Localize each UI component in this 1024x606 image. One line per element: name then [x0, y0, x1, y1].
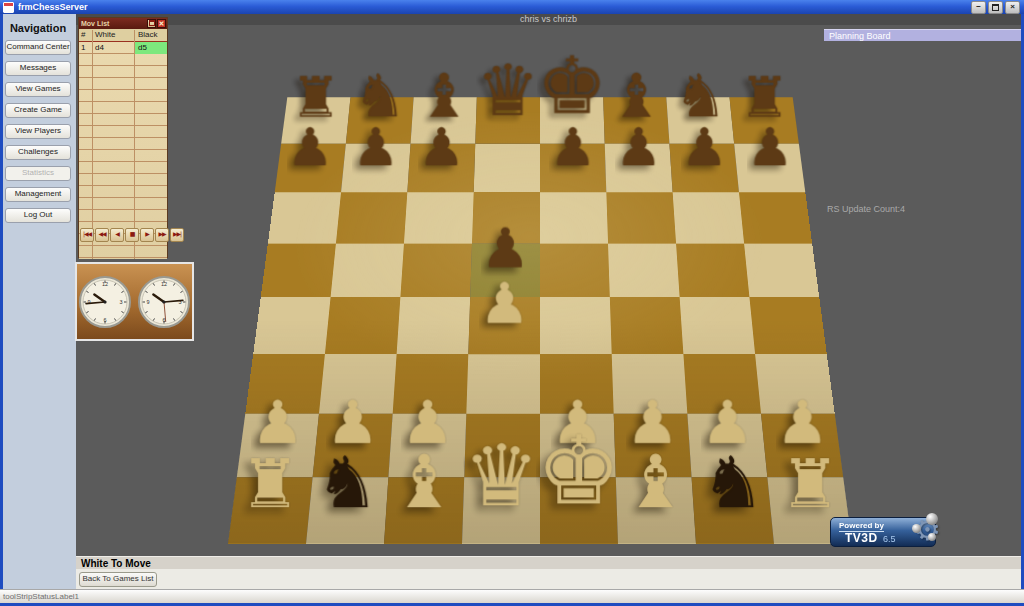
playback-controls: |◀◀◀◀◀■▶▶▶▶▶|	[80, 228, 184, 242]
square-b4[interactable]	[325, 297, 400, 354]
engine-version: 6.5	[883, 534, 896, 544]
white-move: d4	[92, 42, 135, 54]
playback-step-back-button[interactable]: ◀	[110, 228, 124, 242]
square-e5[interactable]	[540, 243, 610, 297]
playback-rewind-button[interactable]: ◀◀	[95, 228, 109, 242]
sidebar-item-create-game[interactable]: Create Game	[5, 103, 71, 118]
chess-server-window: frmChessServer − × Navigation Command Ce…	[0, 0, 1024, 606]
planning-board-header[interactable]: Planning Board	[824, 29, 1021, 41]
piece-white-bishop-c1[interactable]: ♝	[391, 445, 457, 518]
sidebar-item-statistics: Statistics	[5, 166, 71, 181]
square-c6[interactable]	[404, 192, 474, 243]
square-h6[interactable]	[739, 192, 812, 243]
column-divider	[92, 30, 93, 259]
sphere-icon	[926, 513, 938, 525]
piece-black-king-e8[interactable]: ♚	[537, 47, 608, 126]
move-list-close-button[interactable]: ✕	[157, 19, 166, 28]
piece-white-bishop-f1[interactable]: ♝	[623, 445, 689, 518]
square-f7[interactable]: ♟	[605, 143, 673, 192]
square-c7[interactable]: ♟	[407, 143, 475, 192]
piece-black-pawn-g7[interactable]: ♟	[681, 121, 728, 173]
minimize-button[interactable]: −	[971, 1, 986, 14]
move-list-title: Mov List	[81, 20, 109, 27]
playback-last-button[interactable]: ▶▶|	[170, 228, 184, 242]
square-a1[interactable]: ♜	[228, 477, 313, 544]
square-a5[interactable]	[261, 243, 336, 297]
app-icon	[3, 2, 14, 13]
chess-clock-panel: 12369 12369	[75, 262, 194, 341]
restore-icon	[149, 20, 155, 26]
move-list-restore-button[interactable]	[147, 19, 156, 28]
square-b5[interactable]	[331, 243, 404, 297]
playback-forward-button[interactable]: ▶▶	[155, 228, 169, 242]
column-number: #	[79, 29, 92, 41]
square-d1[interactable]: ♛	[462, 477, 540, 544]
square-h4[interactable]	[749, 297, 826, 354]
board-stage: ♜♞♝♛♚♝♞♜♟♟♟♟♟♟♟♟♟♟♟♟♟♟♟♟♜♞♝♛♚♝♞♜	[228, 97, 852, 544]
svg-text:6: 6	[103, 317, 106, 323]
square-g4[interactable]	[680, 297, 755, 354]
piece-white-queen-d1[interactable]: ♛	[463, 433, 539, 518]
column-black: Black	[135, 29, 167, 41]
piece-white-pawn-a2[interactable]: ♟	[251, 393, 304, 453]
piece-black-pawn-d5[interactable]: ♟	[481, 221, 530, 276]
square-f6[interactable]	[606, 192, 676, 243]
square-c4[interactable]	[397, 297, 471, 354]
piece-black-pawn-f7[interactable]: ♟	[615, 121, 662, 173]
black-clock-face: 12369	[137, 275, 191, 329]
restore-button[interactable]	[988, 1, 1003, 14]
svg-text:12: 12	[161, 281, 167, 287]
square-d8[interactable]: ♛	[475, 97, 540, 143]
square-h7[interactable]: ♟	[734, 143, 805, 192]
move-row-1[interactable]: 1d4d5	[79, 42, 167, 54]
square-b1[interactable]: ♞	[306, 477, 388, 544]
sidebar-item-messages[interactable]: Messages	[5, 61, 71, 76]
sidebar-item-view-players[interactable]: View Players	[5, 124, 71, 139]
svg-text:12: 12	[102, 281, 108, 287]
sidebar-item-log-out[interactable]: Log Out	[5, 208, 71, 223]
move-list-panel: Mov List ✕ # White Black 1d4d5 |◀◀◀◀◀■▶▶…	[78, 17, 168, 258]
navigation-sidebar: Navigation Command CenterMessagesView Ga…	[0, 14, 76, 589]
piece-white-knight-g1[interactable]: ♞	[701, 447, 765, 518]
piece-black-pawn-a7[interactable]: ♟	[287, 121, 334, 173]
svg-text:9: 9	[146, 299, 149, 305]
piece-black-pawn-e7[interactable]: ♟	[549, 121, 596, 173]
piece-white-rook-a1[interactable]: ♜	[240, 451, 300, 518]
playback-first-button[interactable]: |◀◀	[80, 228, 94, 242]
square-c5[interactable]	[400, 243, 472, 297]
square-g6[interactable]	[673, 192, 744, 243]
square-e6[interactable]	[540, 192, 608, 243]
sidebar-item-view-games[interactable]: View Games	[5, 82, 71, 97]
square-d7[interactable]	[474, 143, 540, 192]
move-list-titlebar[interactable]: Mov List ✕	[79, 18, 167, 29]
chess-board: ♜♞♝♛♚♝♞♜♟♟♟♟♟♟♟♟♟♟♟♟♟♟♟♟♜♞♝♛♚♝♞♜	[228, 97, 852, 544]
piece-black-queen-d8[interactable]: ♛	[476, 55, 539, 126]
square-g7[interactable]: ♟	[669, 143, 739, 192]
piece-white-pawn-h2[interactable]: ♟	[776, 393, 829, 453]
piece-black-pawn-b7[interactable]: ♟	[352, 121, 399, 173]
playback-stop-button[interactable]: ■	[125, 228, 139, 242]
window-title: frmChessServer	[18, 2, 88, 12]
close-button[interactable]: ×	[1005, 1, 1020, 14]
square-f1[interactable]: ♝	[616, 477, 696, 544]
playback-play-button[interactable]: ▶	[140, 228, 154, 242]
toolbar-bottom: Back To Games List	[76, 569, 1021, 589]
engine-name: TV3D	[845, 531, 878, 545]
status-strip-label: toolStripStatusLabel1	[3, 592, 79, 601]
square-d4[interactable]: ♟	[468, 297, 540, 354]
back-to-games-button[interactable]: Back To Games List	[79, 572, 157, 587]
square-h5[interactable]	[744, 243, 819, 297]
column-divider	[134, 30, 135, 259]
square-g1[interactable]: ♞	[692, 477, 774, 544]
piece-white-king-e1[interactable]: ♚	[536, 423, 621, 518]
piece-white-rook-h1[interactable]: ♜	[780, 451, 840, 518]
square-f5[interactable]	[608, 243, 680, 297]
square-b7[interactable]: ♟	[341, 143, 411, 192]
column-white: White	[92, 29, 135, 41]
white-clock-face: 12369	[78, 275, 132, 329]
move-number: 1	[79, 42, 92, 54]
piece-black-pawn-h7[interactable]: ♟	[747, 121, 794, 173]
sidebar-item-challenges[interactable]: Challenges	[5, 145, 71, 160]
turn-status: White To Move	[81, 558, 151, 569]
square-c1[interactable]: ♝	[384, 477, 464, 544]
square-a4[interactable]	[253, 297, 330, 354]
piece-white-knight-b1[interactable]: ♞	[315, 447, 379, 518]
sidebar-item-management[interactable]: Management	[5, 187, 71, 202]
square-e1[interactable]: ♚	[540, 477, 618, 544]
square-b6[interactable]	[336, 192, 407, 243]
square-f4[interactable]	[610, 297, 684, 354]
turn-status-bar: White To Move	[76, 556, 1021, 569]
piece-white-pawn-d4[interactable]: ♟	[479, 276, 530, 332]
match-title: chris vs chrizb	[76, 14, 1021, 25]
move-list-body: 1d4d5 |◀◀◀◀◀■▶▶▶▶▶|	[79, 42, 167, 259]
square-e7[interactable]: ♟	[540, 143, 606, 192]
sphere-icon	[912, 524, 921, 533]
svg-text:3: 3	[119, 299, 122, 305]
square-a7[interactable]: ♟	[275, 143, 346, 192]
square-g5[interactable]	[676, 243, 749, 297]
piece-black-pawn-c7[interactable]: ♟	[418, 121, 465, 173]
square-a6[interactable]	[268, 192, 341, 243]
restore-icon	[992, 4, 999, 11]
sidebar-title: Navigation	[0, 22, 76, 34]
square-d3[interactable]	[466, 354, 540, 414]
status-strip: toolStripStatusLabel1	[0, 589, 1024, 603]
tv3d-badge: Powered by TV3D 6.5 ⚙	[830, 517, 936, 547]
sidebar-item-command-center[interactable]: Command Center	[5, 40, 71, 55]
black-move: d5	[135, 42, 167, 54]
sphere-icon	[928, 533, 936, 541]
square-e4[interactable]	[540, 297, 612, 354]
window-titlebar[interactable]: frmChessServer − ×	[0, 0, 1024, 14]
